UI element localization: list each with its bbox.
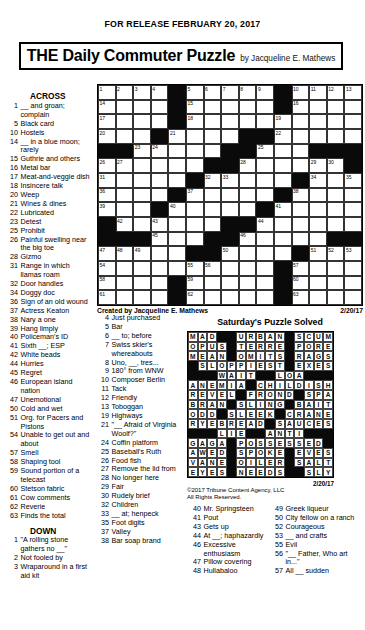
grid-cell[interactable]	[344, 276, 362, 291]
grid-cell[interactable]	[204, 202, 222, 217]
grid-cell[interactable]: 28	[239, 158, 257, 173]
grid-cell[interactable]	[133, 188, 151, 203]
solved-cell: S	[275, 351, 285, 361]
grid-cell[interactable]	[168, 217, 186, 232]
grid-cell[interactable]: 10	[292, 85, 310, 100]
solved-cell: A	[294, 371, 304, 381]
grid-cell[interactable]: 26	[98, 158, 116, 173]
grid-cell[interactable]	[221, 100, 239, 115]
grid-cell[interactable]	[151, 188, 169, 203]
solved-cell: D	[265, 467, 275, 477]
grid-cell[interactable]: 8	[239, 85, 257, 100]
black-square	[188, 361, 198, 371]
grid-cell[interactable]: 62	[186, 290, 204, 305]
grid-cell[interactable]: 52	[327, 246, 345, 261]
grid-cell[interactable]	[221, 188, 239, 203]
cell-number: 30	[328, 159, 334, 165]
grid-cell[interactable]: 61	[98, 290, 116, 305]
solved-cell: T	[275, 361, 285, 371]
grid-cell[interactable]	[133, 114, 151, 129]
grid-cell[interactable]	[133, 261, 151, 276]
grid-cell[interactable]	[274, 173, 292, 188]
grid-cell[interactable]: 45	[151, 232, 169, 247]
solved-cell: A	[304, 400, 314, 410]
grid-cell[interactable]	[186, 158, 204, 173]
grid-cell[interactable]: 25	[256, 144, 274, 159]
solved-cell: S	[236, 400, 246, 410]
grid-cell[interactable]: 23	[133, 144, 151, 159]
clue-text: __ in a blue moon; rarely	[21, 138, 92, 156]
clue-number: 3	[5, 563, 21, 581]
solved-cell: A	[188, 448, 198, 458]
grid-cell[interactable]: 19	[274, 114, 292, 129]
clue-text: __ and crafts	[286, 532, 364, 541]
grid-cell[interactable]	[344, 261, 362, 276]
grid-cell[interactable]	[309, 129, 327, 144]
black-square	[314, 371, 324, 381]
grid-cell[interactable]	[327, 276, 345, 291]
grid-cell[interactable]	[221, 290, 239, 305]
solved-cell: X	[304, 361, 314, 371]
grid-cell[interactable]	[151, 114, 169, 129]
cell-number: 36	[100, 188, 106, 194]
solved-cell: N	[207, 458, 217, 468]
solved-cell: E	[207, 467, 217, 477]
grid-cell[interactable]	[309, 202, 327, 217]
grid-cell[interactable]: 30	[327, 158, 345, 173]
solved-cell: O	[246, 438, 256, 448]
grid-cell[interactable]	[151, 173, 169, 188]
grid-cell[interactable]	[344, 202, 362, 217]
grid-cell[interactable]	[344, 188, 362, 203]
black-square	[207, 371, 217, 381]
clue-down-53: 53__ and crafts	[270, 532, 363, 541]
clue-text: Wraparound in a first aid kit	[21, 563, 92, 581]
solved-cell: B	[188, 400, 198, 410]
black-square	[294, 390, 304, 400]
grid-cell[interactable]: 11	[309, 85, 327, 100]
grid-cell[interactable]	[133, 100, 151, 115]
grid-cell[interactable]	[309, 261, 327, 276]
grid-cell[interactable]	[133, 158, 151, 173]
grid-cell[interactable]: 18	[186, 114, 204, 129]
grid-cell[interactable]	[186, 129, 204, 144]
grid-cell[interactable]: 60	[292, 276, 310, 291]
grid-cell[interactable]: 54	[98, 261, 116, 276]
grid-cell[interactable]	[327, 173, 345, 188]
clue-text: __ and groan; complain	[21, 102, 92, 120]
grid-cell[interactable]	[256, 261, 274, 276]
grid-cell[interactable]: 3	[133, 85, 151, 100]
solved-date: 2/20/17	[187, 480, 334, 487]
grid-cell[interactable]	[274, 217, 292, 232]
grid-cell[interactable]	[344, 217, 362, 232]
grid-cell[interactable]	[204, 100, 222, 115]
solved-cell: M	[188, 351, 198, 361]
grid-cell[interactable]	[274, 144, 292, 159]
grid-cell[interactable]: 47	[98, 246, 116, 261]
grid-cell[interactable]: 2	[116, 85, 134, 100]
cell-number: 20	[100, 130, 106, 136]
solved-cell: A	[304, 409, 314, 419]
grid-cell[interactable]	[116, 114, 134, 129]
grid-cell[interactable]	[256, 188, 274, 203]
black-square	[265, 419, 275, 429]
grid-cell[interactable]	[309, 217, 327, 232]
grid-cell[interactable]	[186, 232, 204, 247]
solved-cell: E	[294, 448, 304, 458]
grid-cell[interactable]	[309, 114, 327, 129]
grid-cell[interactable]	[327, 188, 345, 203]
grid-cell[interactable]: 6	[204, 85, 222, 100]
grid-cell[interactable]	[256, 290, 274, 305]
cell-number: 49	[135, 247, 141, 253]
grid-cell[interactable]: 56	[204, 261, 222, 276]
cell-number: 58	[100, 276, 106, 282]
grid-cell[interactable]	[186, 144, 204, 159]
grid-cell[interactable]: 13	[344, 85, 362, 100]
solved-cell: R	[265, 342, 275, 352]
solved-cell: S	[323, 448, 333, 458]
cell-number: 55	[188, 262, 194, 268]
grid-cell[interactable]	[186, 202, 204, 217]
grid-cell[interactable]	[151, 100, 169, 115]
grid-cell[interactable]: 21	[168, 129, 186, 144]
grid-cell[interactable]: 20	[98, 129, 116, 144]
grid-cell[interactable]	[116, 100, 134, 115]
grid-cell[interactable]: 4	[151, 85, 169, 100]
black-square	[217, 409, 227, 419]
grid-cell[interactable]	[133, 290, 151, 305]
solved-cell: O	[265, 390, 275, 400]
grid-cell[interactable]	[116, 276, 134, 291]
grid-cell[interactable]: 1	[98, 85, 116, 100]
grid-cell[interactable]	[327, 129, 345, 144]
grid-cell[interactable]: 58	[98, 276, 116, 291]
solved-cell: S	[275, 419, 285, 429]
grid-cell[interactable]: 31	[98, 173, 116, 188]
solved-cell: I	[275, 380, 285, 390]
grid-cell[interactable]: 37	[186, 188, 204, 203]
grid-cell[interactable]	[239, 246, 257, 261]
grid-cell[interactable]	[204, 144, 222, 159]
black-square	[292, 246, 310, 261]
grid-cell[interactable]	[133, 129, 151, 144]
grid-cell[interactable]: 48	[116, 246, 134, 261]
solved-cell: E	[275, 448, 285, 458]
grid-cell[interactable]	[292, 114, 310, 129]
black-square	[227, 400, 237, 410]
grid-cell[interactable]: 15	[186, 100, 204, 115]
grid-cell[interactable]: 16	[292, 100, 310, 115]
solved-cell: O	[236, 458, 246, 468]
grid-cell[interactable]	[292, 202, 310, 217]
grid-cell[interactable]	[292, 158, 310, 173]
grid-cell[interactable]	[116, 202, 134, 217]
grid-cell[interactable]	[168, 232, 186, 247]
grid-cell[interactable]	[204, 114, 222, 129]
grid-cell[interactable]: 9	[256, 85, 274, 100]
grid-cell[interactable]: 49	[133, 246, 151, 261]
clue-text: "A rolling stone gathers no __"	[21, 536, 92, 554]
solved-cell: G	[207, 438, 217, 448]
solved-cell: C	[304, 332, 314, 342]
grid-cell[interactable]: 59	[186, 276, 204, 291]
solved-cell: E	[217, 390, 227, 400]
cell-number: 42	[117, 218, 123, 224]
grid-cell[interactable]	[256, 173, 274, 188]
grid-cell[interactable]	[221, 129, 239, 144]
grid-cell[interactable]	[239, 114, 257, 129]
grid-cell[interactable]	[239, 100, 257, 115]
solved-cell: A	[265, 332, 275, 342]
grid-cell[interactable]: 27	[116, 158, 134, 173]
solved-heading: Saturday's Puzzle Solved	[180, 317, 360, 327]
grid-cell[interactable]	[256, 114, 274, 129]
grid-cell[interactable]	[116, 129, 134, 144]
black-square	[227, 448, 237, 458]
clue-number: 26	[5, 236, 21, 254]
grid-cell[interactable]	[116, 261, 134, 276]
grid-cell[interactable]	[221, 261, 239, 276]
grid-cell[interactable]	[168, 173, 186, 188]
cell-number: 27	[117, 159, 123, 165]
grid-cell[interactable]: 14	[98, 100, 116, 115]
clue-number: 1	[5, 536, 21, 554]
cell-number: 53	[346, 247, 352, 253]
solved-cell: E	[265, 458, 275, 468]
grid-cell[interactable]	[204, 129, 222, 144]
grid-cell[interactable]	[239, 202, 257, 217]
black-square	[239, 217, 257, 232]
grid-cell[interactable]	[133, 202, 151, 217]
solved-cell: U	[294, 419, 304, 429]
cell-number: 31	[100, 174, 106, 180]
solved-cell: A	[217, 438, 227, 448]
grid-cell[interactable]: 55	[186, 261, 204, 276]
grid-cell[interactable]	[116, 290, 134, 305]
cell-number: 50	[223, 247, 229, 253]
grid-cell[interactable]	[309, 276, 327, 291]
clue-number: 46	[5, 378, 21, 396]
grid-cell[interactable]	[327, 114, 345, 129]
black-square	[221, 217, 239, 232]
grid-cell[interactable]	[204, 290, 222, 305]
grid-cell[interactable]	[327, 290, 345, 305]
grid-cell[interactable]: 35	[344, 173, 362, 188]
solved-cell: A	[304, 351, 314, 361]
grid-cell[interactable]	[151, 261, 169, 276]
grid-cell[interactable]	[274, 232, 292, 247]
grid-cell[interactable]	[344, 114, 362, 129]
solved-cell: S	[323, 361, 333, 371]
grid-cell[interactable]: 63	[292, 290, 310, 305]
grid-cell[interactable]: 42	[116, 217, 134, 232]
grid-cell[interactable]	[239, 276, 257, 291]
clue-down-57: 57All __ sudden	[270, 567, 363, 576]
grid-cell[interactable]	[327, 202, 345, 217]
grid-cell[interactable]: 50	[221, 246, 239, 261]
solved-cell: L	[256, 458, 266, 468]
grid-cell[interactable]	[256, 276, 274, 291]
grid-cell[interactable]: 40	[168, 202, 186, 217]
solved-cell: P	[198, 342, 208, 352]
grid-cell[interactable]	[168, 158, 186, 173]
solved-cell: G	[314, 351, 324, 361]
clue-text: Org. for Pacers and Pistons	[21, 414, 92, 432]
grid-cell[interactable]	[256, 158, 274, 173]
grid-cell[interactable]	[344, 100, 362, 115]
grid-cell[interactable]: 5	[186, 85, 204, 100]
grid-cell[interactable]	[292, 144, 310, 159]
grid-cell[interactable]	[309, 290, 327, 305]
cell-number: 16	[293, 100, 299, 106]
black-square	[227, 332, 237, 342]
solved-cell: U	[236, 332, 246, 342]
solved-cell: S	[265, 438, 275, 448]
grid-cell[interactable]: 7	[221, 85, 239, 100]
solved-cell: Y	[198, 467, 208, 477]
grid-cell[interactable]	[204, 217, 222, 232]
black-square	[327, 232, 345, 247]
clue-number: 51	[5, 414, 21, 432]
grid-cell[interactable]	[168, 246, 186, 261]
grid-cell[interactable]	[344, 129, 362, 144]
solved-cell: V	[304, 448, 314, 458]
grid-cell[interactable]: 43	[151, 217, 169, 232]
grid-cell[interactable]	[274, 158, 292, 173]
grid-cell[interactable]	[309, 232, 327, 247]
grid-cell[interactable]	[168, 261, 186, 276]
clue-text: Finds the total	[21, 512, 92, 521]
cell-number: 32	[205, 174, 211, 180]
grid-cell[interactable]: 51	[309, 246, 327, 261]
black-square	[285, 467, 295, 477]
grid-cell[interactable]: 24	[151, 144, 169, 159]
cell-number: 45	[152, 232, 158, 238]
grid-cell[interactable]: 44	[256, 217, 274, 232]
grid-cell[interactable]: 32	[204, 173, 222, 188]
grid-cell[interactable]	[116, 173, 134, 188]
grid-cell[interactable]: 33	[221, 173, 239, 188]
grid-cell[interactable]: 34	[309, 173, 327, 188]
solved-cell: O	[217, 361, 227, 371]
black-square	[151, 202, 169, 217]
solved-cell: A	[265, 429, 275, 439]
black-square	[274, 290, 292, 305]
solved-cell: I	[236, 371, 246, 381]
grid-cell[interactable]	[116, 188, 134, 203]
solved-cell: N	[265, 400, 275, 410]
grid-cell[interactable]	[292, 217, 310, 232]
grid-cell[interactable]	[256, 100, 274, 115]
grid-cell[interactable]	[239, 188, 257, 203]
grid-cell[interactable]: 22	[274, 129, 292, 144]
grid-cell[interactable]	[151, 276, 169, 291]
grid-cell[interactable]	[274, 246, 292, 261]
clue-down-21: 21"__ Afraid of Virginia Woolf?"	[96, 421, 186, 439]
clue-number: 5	[96, 323, 112, 332]
grid-cell[interactable]	[239, 261, 257, 276]
black-square	[246, 380, 256, 390]
clue-down-11: 11Tack	[96, 385, 186, 394]
cell-number: 57	[293, 262, 299, 268]
grid-cell[interactable]	[186, 217, 204, 232]
solved-cell: L	[275, 371, 285, 381]
grid-cell[interactable]: 46	[239, 232, 257, 247]
grid-cell[interactable]: 12	[327, 85, 345, 100]
grid-cell[interactable]	[292, 232, 310, 247]
grid-cell[interactable]	[151, 246, 169, 261]
grid-cell[interactable]	[133, 217, 151, 232]
solved-cell: A	[323, 390, 333, 400]
grid-cell[interactable]	[292, 129, 310, 144]
solved-cell: Y	[198, 419, 208, 429]
cell-number: 12	[328, 86, 334, 92]
grid-cell[interactable]: 17	[98, 114, 116, 129]
grid-cell[interactable]	[221, 202, 239, 217]
grid-cell[interactable]	[344, 290, 362, 305]
grid-cell[interactable]	[204, 276, 222, 291]
solved-cell: E	[256, 467, 266, 477]
grid-cell[interactable]	[309, 100, 327, 115]
clue-across-59: 59Sound portion of a telecast	[5, 467, 91, 485]
solved-cell: G	[275, 400, 285, 410]
grid-cell[interactable]	[327, 217, 345, 232]
grid-cell[interactable]	[327, 100, 345, 115]
solved-cell: O	[304, 342, 314, 352]
solved-cell: A	[207, 400, 217, 410]
grid-cell[interactable]: 38	[292, 188, 310, 203]
black-square	[98, 232, 116, 247]
solved-cell: V	[188, 458, 198, 468]
grid-cell[interactable]	[133, 173, 151, 188]
solved-cell: R	[227, 419, 237, 429]
grid-cell[interactable]	[204, 188, 222, 203]
grid-cell[interactable]	[221, 114, 239, 129]
grid-cell[interactable]	[151, 158, 169, 173]
solved-cell: S	[285, 438, 295, 448]
solved-cell: E	[314, 361, 324, 371]
black-square	[274, 276, 292, 291]
grid-cell[interactable]: 53	[344, 246, 362, 261]
grid-cell[interactable]	[327, 261, 345, 276]
grid-cell[interactable]	[151, 290, 169, 305]
grid-cell[interactable]	[133, 276, 151, 291]
grid-cell[interactable]: 39	[98, 202, 116, 217]
clue-across-46: 46European island nation	[5, 378, 91, 396]
solved-cell: E	[188, 467, 198, 477]
black-square	[98, 144, 116, 159]
grid-cell[interactable]: 36	[98, 188, 116, 203]
grid-cell[interactable]: 57	[292, 261, 310, 276]
grid-cell[interactable]	[309, 188, 327, 203]
grid-cell[interactable]: 41	[274, 202, 292, 217]
grid-cell[interactable]	[221, 276, 239, 291]
grid-cell[interactable]	[256, 232, 274, 247]
cell-number: 43	[152, 218, 158, 224]
solved-cell: S	[304, 467, 314, 477]
solved-cell: F	[246, 390, 256, 400]
solved-cell: H	[265, 380, 275, 390]
grid-cell[interactable]	[239, 173, 257, 188]
cell-number: 29	[311, 159, 317, 165]
solved-cell: W	[198, 448, 208, 458]
grid-cell[interactable]	[168, 144, 186, 159]
grid-cell[interactable]	[256, 246, 274, 261]
grid-cell[interactable]: 29	[309, 158, 327, 173]
grid-cell[interactable]	[239, 290, 257, 305]
